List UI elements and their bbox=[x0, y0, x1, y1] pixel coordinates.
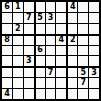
sudoku-empty-cell-r2c6[interactable] bbox=[56, 13, 66, 23]
sudoku-empty-cell-r6c4[interactable] bbox=[35, 56, 45, 66]
sudoku-empty-cell-r8c1[interactable] bbox=[2, 78, 12, 88]
sudoku-given-cell-r9c1: 4 bbox=[2, 89, 12, 99]
sudoku-empty-cell-r6c9[interactable] bbox=[89, 56, 99, 66]
sudoku-empty-cell-r3c3[interactable] bbox=[24, 24, 34, 34]
sudoku-board: 61475328426375374 bbox=[0, 0, 101, 101]
sudoku-empty-cell-r4c9[interactable] bbox=[89, 35, 99, 45]
sudoku-empty-cell-r5c9[interactable] bbox=[89, 46, 99, 56]
sudoku-empty-cell-r6c1[interactable] bbox=[2, 56, 12, 66]
sudoku-empty-cell-r7c3[interactable] bbox=[24, 67, 34, 77]
sudoku-empty-cell-r3c6[interactable] bbox=[56, 24, 66, 34]
sudoku-empty-cell-r8c3[interactable] bbox=[24, 78, 34, 88]
sudoku-empty-cell-r7c7[interactable] bbox=[67, 67, 77, 77]
sudoku-empty-cell-r7c2[interactable] bbox=[13, 67, 23, 77]
sudoku-empty-cell-r8c4[interactable] bbox=[35, 78, 45, 88]
sudoku-empty-cell-r4c5[interactable] bbox=[46, 35, 56, 45]
sudoku-given-cell-r3c2: 2 bbox=[13, 24, 23, 34]
sudoku-empty-cell-r3c5[interactable] bbox=[46, 24, 56, 34]
sudoku-given-cell-r7c5: 7 bbox=[46, 67, 56, 77]
sudoku-empty-cell-r3c8[interactable] bbox=[78, 24, 88, 34]
sudoku-empty-cell-r8c7[interactable] bbox=[67, 78, 77, 88]
sudoku-given-cell-r1c2: 1 bbox=[13, 2, 23, 12]
sudoku-given-cell-r7c8: 5 bbox=[78, 67, 88, 77]
sudoku-empty-cell-r7c6[interactable] bbox=[56, 67, 66, 77]
sudoku-empty-cell-r5c3[interactable] bbox=[24, 46, 34, 56]
sudoku-empty-cell-r8c6[interactable] bbox=[56, 78, 66, 88]
sudoku-empty-cell-r5c8[interactable] bbox=[78, 46, 88, 56]
sudoku-empty-cell-r1c4[interactable] bbox=[35, 2, 45, 12]
sudoku-empty-cell-r6c6[interactable] bbox=[56, 56, 66, 66]
sudoku-empty-cell-r8c9[interactable] bbox=[89, 78, 99, 88]
sudoku-empty-cell-r6c5[interactable] bbox=[46, 56, 56, 66]
sudoku-empty-cell-r9c4[interactable] bbox=[35, 89, 45, 99]
sudoku-empty-cell-r1c6[interactable] bbox=[56, 2, 66, 12]
sudoku-given-cell-r8c8: 7 bbox=[78, 78, 88, 88]
sudoku-given-cell-r4c6: 4 bbox=[56, 35, 66, 45]
sudoku-empty-cell-r4c3[interactable] bbox=[24, 35, 34, 45]
sudoku-empty-cell-r3c1[interactable] bbox=[2, 24, 12, 34]
sudoku-empty-cell-r7c4[interactable] bbox=[35, 67, 45, 77]
sudoku-empty-cell-r3c4[interactable] bbox=[35, 24, 45, 34]
sudoku-empty-cell-r9c8[interactable] bbox=[78, 89, 88, 99]
sudoku-empty-cell-r5c7[interactable] bbox=[67, 46, 77, 56]
sudoku-empty-cell-r4c8[interactable] bbox=[78, 35, 88, 45]
sudoku-given-cell-r2c5: 3 bbox=[46, 13, 56, 23]
sudoku-given-cell-r2c3: 7 bbox=[24, 13, 34, 23]
sudoku-given-cell-r4c1: 8 bbox=[2, 35, 12, 45]
sudoku-empty-cell-r2c7[interactable] bbox=[67, 13, 77, 23]
sudoku-empty-cell-r9c6[interactable] bbox=[56, 89, 66, 99]
sudoku-empty-cell-r1c8[interactable] bbox=[78, 2, 88, 12]
sudoku-empty-cell-r6c2[interactable] bbox=[13, 56, 23, 66]
sudoku-empty-cell-r5c6[interactable] bbox=[56, 46, 66, 56]
sudoku-empty-cell-r6c7[interactable] bbox=[67, 56, 77, 66]
sudoku-empty-cell-r9c5[interactable] bbox=[46, 89, 56, 99]
sudoku-empty-cell-r3c9[interactable] bbox=[89, 24, 99, 34]
sudoku-empty-cell-r4c4[interactable] bbox=[35, 35, 45, 45]
sudoku-empty-cell-r5c2[interactable] bbox=[13, 46, 23, 56]
sudoku-empty-cell-r2c8[interactable] bbox=[78, 13, 88, 23]
sudoku-empty-cell-r2c2[interactable] bbox=[13, 13, 23, 23]
sudoku-empty-cell-r2c1[interactable] bbox=[2, 13, 12, 23]
sudoku-empty-cell-r1c3[interactable] bbox=[24, 2, 34, 12]
sudoku-empty-cell-r9c7[interactable] bbox=[67, 89, 77, 99]
sudoku-empty-cell-r6c8[interactable] bbox=[78, 56, 88, 66]
sudoku-empty-cell-r4c2[interactable] bbox=[13, 35, 23, 45]
sudoku-given-cell-r1c7: 4 bbox=[67, 2, 77, 12]
sudoku-given-cell-r7c9: 3 bbox=[89, 67, 99, 77]
sudoku-empty-cell-r9c9[interactable] bbox=[89, 89, 99, 99]
sudoku-given-cell-r5c4: 6 bbox=[35, 46, 45, 56]
sudoku-empty-cell-r2c9[interactable] bbox=[89, 13, 99, 23]
sudoku-empty-cell-r8c5[interactable] bbox=[46, 78, 56, 88]
sudoku-empty-cell-r1c9[interactable] bbox=[89, 2, 99, 12]
sudoku-empty-cell-r3c7[interactable] bbox=[67, 24, 77, 34]
sudoku-empty-cell-r9c3[interactable] bbox=[24, 89, 34, 99]
sudoku-empty-cell-r1c5[interactable] bbox=[46, 2, 56, 12]
sudoku-empty-cell-r5c1[interactable] bbox=[2, 46, 12, 56]
sudoku-empty-cell-r7c1[interactable] bbox=[2, 67, 12, 77]
sudoku-empty-cell-r5c5[interactable] bbox=[46, 46, 56, 56]
sudoku-empty-cell-r9c2[interactable] bbox=[13, 89, 23, 99]
sudoku-given-cell-r4c7: 2 bbox=[67, 35, 77, 45]
sudoku-given-cell-r1c1: 6 bbox=[2, 2, 12, 12]
sudoku-given-cell-r6c3: 3 bbox=[24, 56, 34, 66]
sudoku-given-cell-r2c4: 5 bbox=[35, 13, 45, 23]
sudoku-empty-cell-r8c2[interactable] bbox=[13, 78, 23, 88]
